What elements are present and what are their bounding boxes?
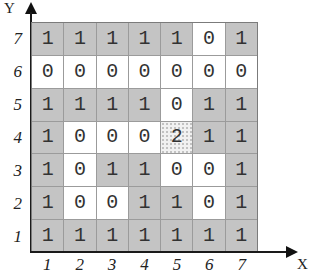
cell-x2-y1: 1 [64,220,95,252]
cell-x3-y7: 1 [97,23,128,55]
y-tick-3: 3 [2,154,27,187]
cell-x6-y3: 0 [193,154,224,186]
cell-x5-y4: 2 [161,122,192,154]
x-tick-6: 6 [193,255,225,277]
x-tick-1: 1 [31,255,63,277]
cell-x7-y5: 1 [226,89,257,121]
y-tick-2: 2 [2,187,27,220]
x-axis-ticks: 1 2 3 4 5 6 7 [31,255,258,277]
cell-x7-y4: 1 [226,122,257,154]
cell-x1-y1: 1 [32,220,63,252]
cell-x2-y6: 0 [64,56,95,88]
cell-x1-y4: 1 [32,122,63,154]
cell-x6-y5: 1 [193,89,224,121]
y-tick-1: 1 [2,220,27,253]
cell-x1-y5: 1 [32,89,63,121]
cell-x5-y6: 0 [161,56,192,88]
x-tick-3: 3 [96,255,128,277]
cell-x3-y5: 1 [97,89,128,121]
x-tick-4: 4 [128,255,160,277]
cell-x6-y7: 0 [193,23,224,55]
cell-x6-y1: 1 [193,220,224,252]
x-tick-2: 2 [63,255,95,277]
cell-x4-y1: 1 [129,220,160,252]
cell-x7-y3: 1 [226,154,257,186]
cell-x4-y3: 1 [129,154,160,186]
cell-x2-y5: 1 [64,89,95,121]
cell-x1-y6: 0 [32,56,63,88]
cell-x7-y7: 1 [226,23,257,55]
cell-x6-y6: 0 [193,56,224,88]
cell-x1-y2: 1 [32,187,63,219]
cell-x4-y6: 0 [129,56,160,88]
cell-x3-y1: 1 [97,220,128,252]
cell-x6-y4: 1 [193,122,224,154]
cell-x2-y7: 1 [64,23,95,55]
y-axis-label: Y [4,0,16,17]
figure-binary-grid: Y 7 6 5 4 3 2 1 111110100000001111011100… [0,0,322,279]
x-axis-label: X [297,256,309,273]
cell-x2-y4: 0 [64,122,95,154]
cell-x4-y2: 1 [129,187,160,219]
cell-x3-y3: 1 [97,154,128,186]
cell-x5-y1: 1 [161,220,192,252]
cell-x3-y6: 0 [97,56,128,88]
cell-x6-y2: 0 [193,187,224,219]
cell-x7-y1: 1 [226,220,257,252]
cell-x7-y2: 1 [226,187,257,219]
cell-x5-y5: 0 [161,89,192,121]
cell-x5-y7: 1 [161,23,192,55]
cell-x4-y7: 1 [129,23,160,55]
grid: 1111101000000011110111000211101100110011… [31,22,258,253]
y-tick-7: 7 [2,22,27,55]
y-tick-6: 6 [2,55,27,88]
y-axis-ticks: 7 6 5 4 3 2 1 [2,22,27,253]
cell-x2-y2: 0 [64,187,95,219]
cell-x4-y4: 0 [129,122,160,154]
x-tick-5: 5 [161,255,193,277]
cell-x2-y3: 0 [64,154,95,186]
cell-x1-y7: 1 [32,23,63,55]
cell-x7-y6: 0 [226,56,257,88]
cell-x4-y5: 1 [129,89,160,121]
x-tick-7: 7 [226,255,258,277]
y-tick-5: 5 [2,88,27,121]
x-axis-line [31,251,288,253]
y-tick-4: 4 [2,121,27,154]
cell-x1-y3: 1 [32,154,63,186]
cell-x5-y3: 0 [161,154,192,186]
cell-x3-y2: 0 [97,187,128,219]
cell-x5-y2: 1 [161,187,192,219]
cell-x3-y4: 0 [97,122,128,154]
